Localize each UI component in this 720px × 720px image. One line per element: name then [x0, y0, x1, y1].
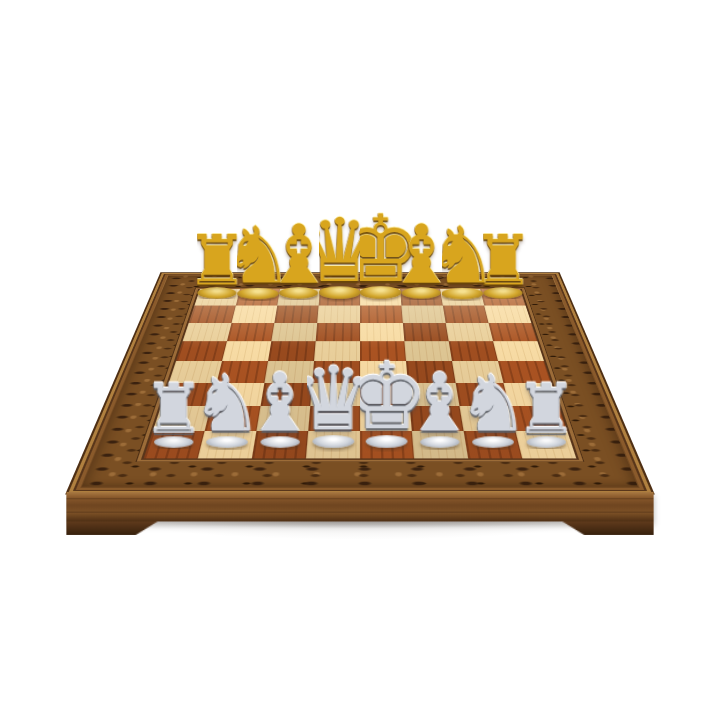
perspective-wrapper: ♜♞♝♛♚♝♞♜♜♞♝♛♚♝♞♜	[0, 0, 720, 720]
pieces-layer: ♜♞♝♛♚♝♞♜♜♞♝♛♚♝♞♜	[144, 289, 577, 458]
gold-knight-b8: ♞	[237, 211, 278, 299]
board-foot-right	[562, 521, 653, 535]
product-photo: ♜♞♝♛♚♝♞♜♜♞♝♛♚♝♞♜	[0, 0, 720, 720]
silver-rook-h1: ♜	[520, 369, 573, 448]
board-foot-left	[66, 521, 157, 535]
chess-board: ♜♞♝♛♚♝♞♜♜♞♝♛♚♝♞♜	[68, 273, 652, 493]
knight-glyph: ♞	[202, 217, 314, 296]
board-front-edge	[66, 492, 653, 522]
knight-glyph: ♞	[406, 217, 518, 296]
rook-glyph: ♜	[473, 374, 619, 443]
gold-knight-g8: ♞	[442, 211, 483, 299]
